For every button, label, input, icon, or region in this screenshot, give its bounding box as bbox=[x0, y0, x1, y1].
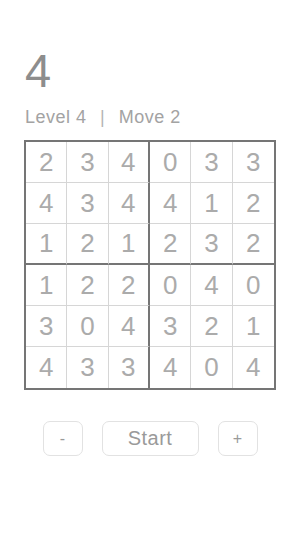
big-number-display: 4 bbox=[25, 47, 52, 94]
grid-cell-r5c1[interactable]: 3 bbox=[26, 306, 67, 347]
grid-cell-r4c2[interactable]: 2 bbox=[67, 265, 108, 306]
grid-cell-r5c4[interactable]: 3 bbox=[150, 306, 191, 347]
grid-cell-r5c2[interactable]: 0 bbox=[67, 306, 108, 347]
grid-cell-r4c4[interactable]: 0 bbox=[150, 265, 191, 306]
grid-cell-r2c5[interactable]: 1 bbox=[191, 183, 232, 224]
grid-cell-r2c6[interactable]: 2 bbox=[233, 183, 274, 224]
grid-cell-r4c6[interactable]: 0 bbox=[233, 265, 274, 306]
grid-cell-r6c5[interactable]: 0 bbox=[191, 347, 232, 388]
status-separator: | bbox=[100, 107, 105, 127]
grid-cell-r4c3[interactable]: 2 bbox=[109, 265, 150, 306]
plus-button[interactable]: + bbox=[218, 421, 258, 456]
grid-cell-r6c3[interactable]: 3 bbox=[109, 347, 150, 388]
app-screen: 4 Level 4 | Move 2 234033434412121232122… bbox=[0, 0, 300, 533]
grid-cell-r3c5[interactable]: 3 bbox=[191, 224, 232, 265]
level-label: Level 4 bbox=[25, 107, 87, 127]
grid-cell-r1c2[interactable]: 3 bbox=[67, 142, 108, 183]
move-label: Move 2 bbox=[119, 107, 181, 127]
grid-cell-r1c1[interactable]: 2 bbox=[26, 142, 67, 183]
grid-cell-r6c1[interactable]: 4 bbox=[26, 347, 67, 388]
grid-cell-r2c4[interactable]: 4 bbox=[150, 183, 191, 224]
grid-cell-r2c3[interactable]: 4 bbox=[109, 183, 150, 224]
grid-cell-r4c1[interactable]: 1 bbox=[26, 265, 67, 306]
grid-cell-r1c3[interactable]: 4 bbox=[109, 142, 150, 183]
grid-cell-r5c3[interactable]: 4 bbox=[109, 306, 150, 347]
puzzle-board: 234033434412121232122040304321433404 bbox=[24, 140, 276, 390]
level-move-status: Level 4 | Move 2 bbox=[25, 107, 181, 128]
grid-cell-r6c6[interactable]: 4 bbox=[233, 347, 274, 388]
controls-bar: - Start + bbox=[0, 421, 300, 456]
grid-cell-r3c3[interactable]: 1 bbox=[109, 224, 150, 265]
grid-cell-r2c2[interactable]: 3 bbox=[67, 183, 108, 224]
grid-cell-r3c6[interactable]: 2 bbox=[233, 224, 274, 265]
grid-cell-r3c2[interactable]: 2 bbox=[67, 224, 108, 265]
grid-cell-r1c5[interactable]: 3 bbox=[191, 142, 232, 183]
grid-cell-r1c4[interactable]: 0 bbox=[150, 142, 191, 183]
grid-cell-r4c5[interactable]: 4 bbox=[191, 265, 232, 306]
minus-button[interactable]: - bbox=[43, 421, 83, 456]
grid-cell-r3c4[interactable]: 2 bbox=[150, 224, 191, 265]
grid-cell-r2c1[interactable]: 4 bbox=[26, 183, 67, 224]
grid-cell-r5c5[interactable]: 2 bbox=[191, 306, 232, 347]
grid-cell-r5c6[interactable]: 1 bbox=[233, 306, 274, 347]
grid-cell-r6c4[interactable]: 4 bbox=[150, 347, 191, 388]
grid-cell-r6c2[interactable]: 3 bbox=[67, 347, 108, 388]
grid-cell-r1c6[interactable]: 3 bbox=[233, 142, 274, 183]
start-button[interactable]: Start bbox=[102, 421, 199, 456]
grid-cell-r3c1[interactable]: 1 bbox=[26, 224, 67, 265]
